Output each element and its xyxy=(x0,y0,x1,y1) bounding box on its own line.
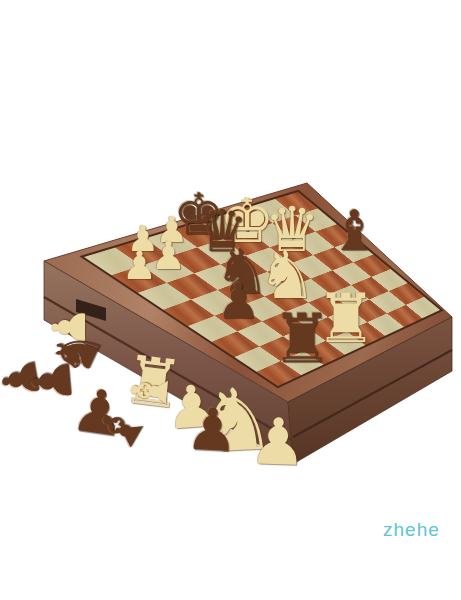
scattered-piece-white-pawn-standing: ♟ xyxy=(245,409,311,475)
product-photo: ♟♟♚♟♟♛♚♛♞♝♟♞♜♜♟♟♟♞♟♝♝♜♟♟♞♟ zhehe xyxy=(0,0,461,600)
board-piece-black-pawn-b4: ♟ xyxy=(214,277,263,326)
board-piece-black-bishop-h5: ♝ xyxy=(326,203,382,259)
board-piece-white-pawn-a7: ♟ xyxy=(120,246,159,285)
watermark: zhehe xyxy=(383,519,440,541)
board-piece-black-rook-b1: ♜ xyxy=(268,305,336,373)
scattered-piece-black-pawn-standing: ♟ xyxy=(182,400,243,461)
